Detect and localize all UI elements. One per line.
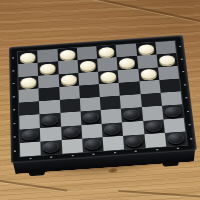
- rim-marking-dot: [113, 152, 115, 153]
- black-piece[interactable]: [164, 106, 181, 117]
- white-piece[interactable]: [159, 55, 176, 66]
- table-background: [0, 0, 200, 200]
- black-piece[interactable]: [104, 124, 121, 135]
- rim-marking-dot: [92, 153, 94, 154]
- rim-marking-dot: [71, 155, 73, 156]
- white-piece[interactable]: [100, 72, 117, 83]
- black-piece[interactable]: [43, 142, 60, 154]
- rim-marking-dot: [13, 96, 15, 97]
- rim-marking-dot: [29, 158, 31, 159]
- black-piece[interactable]: [84, 139, 101, 151]
- rim-marking-dot: [182, 71, 184, 72]
- white-piece[interactable]: [40, 63, 56, 74]
- rim-marking-dot: [190, 138, 192, 139]
- black-piece[interactable]: [145, 121, 162, 132]
- board-square-h1[interactable]: [165, 131, 187, 146]
- white-piece[interactable]: [98, 47, 114, 57]
- rim-marking-dot: [50, 156, 52, 157]
- white-piece[interactable]: [119, 58, 135, 69]
- rim-marking-dot: [14, 136, 16, 137]
- white-piece[interactable]: [140, 69, 157, 80]
- rim-marking-dot: [14, 150, 16, 151]
- black-piece[interactable]: [83, 112, 100, 123]
- rim-marking-dot: [183, 84, 185, 85]
- white-piece[interactable]: [59, 49, 75, 59]
- rim-marking-dot: [186, 110, 188, 111]
- rim-marking-dot: [12, 57, 14, 58]
- white-piece[interactable]: [60, 74, 76, 85]
- rim-marking-dot: [177, 147, 179, 148]
- rim-marking-dot: [13, 83, 15, 84]
- rim-marking-dot: [179, 46, 181, 47]
- white-piece[interactable]: [21, 77, 37, 88]
- rim-marking-dot: [135, 150, 137, 151]
- white-piece[interactable]: [138, 44, 154, 54]
- black-piece[interactable]: [63, 127, 80, 138]
- rim-marking-dot: [185, 97, 187, 98]
- board-grid: [17, 40, 188, 157]
- board-square-f1[interactable]: [123, 134, 145, 149]
- checkers-board: [9, 35, 197, 163]
- rim-marking-dot: [12, 70, 14, 71]
- rim-marking-dot: [188, 124, 190, 125]
- black-piece[interactable]: [123, 109, 140, 120]
- black-piece[interactable]: [22, 130, 39, 141]
- board-square-e1[interactable]: [103, 136, 125, 151]
- board-square-a1[interactable]: [20, 141, 41, 156]
- board-tilt-wrapper: [0, 0, 200, 200]
- white-piece[interactable]: [80, 60, 96, 71]
- rim-marking-dot: [13, 123, 15, 124]
- black-piece[interactable]: [42, 115, 59, 126]
- board-square-c1[interactable]: [61, 139, 82, 154]
- black-piece[interactable]: [126, 136, 143, 148]
- rim-marking-dot: [180, 58, 182, 59]
- white-piece[interactable]: [20, 52, 36, 62]
- board-square-d1[interactable]: [82, 137, 104, 152]
- black-piece[interactable]: [167, 133, 185, 144]
- board-square-g1[interactable]: [144, 133, 166, 148]
- rim-marking-dot: [13, 109, 15, 110]
- rim-marking-dot: [156, 149, 158, 150]
- board-square-b1[interactable]: [41, 140, 62, 155]
